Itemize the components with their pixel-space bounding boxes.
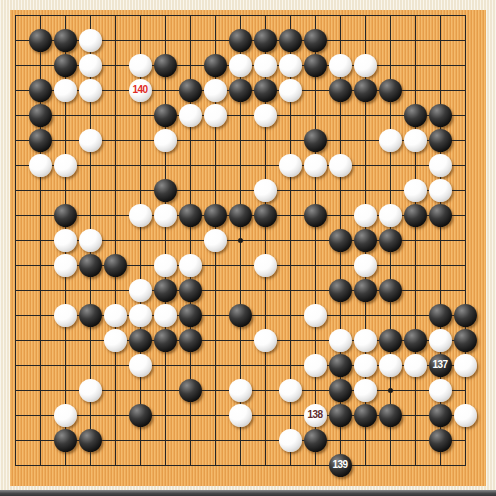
- board-point[interactable]: [453, 10, 478, 28]
- board-point[interactable]: [403, 153, 428, 178]
- board-point[interactable]: [103, 403, 128, 428]
- board-point[interactable]: [378, 128, 403, 153]
- board-point[interactable]: [403, 53, 428, 78]
- board-point[interactable]: [228, 253, 253, 278]
- board-point[interactable]: [28, 278, 53, 303]
- board-point[interactable]: [178, 453, 203, 478]
- board-point[interactable]: [153, 10, 178, 28]
- board-point[interactable]: [353, 303, 378, 328]
- board-point[interactable]: [203, 328, 228, 353]
- board-point[interactable]: [253, 178, 278, 203]
- board-point[interactable]: [10, 53, 28, 78]
- board-point[interactable]: [453, 53, 478, 78]
- board-point[interactable]: [303, 178, 328, 203]
- board-point[interactable]: [103, 203, 128, 228]
- board-point[interactable]: 138: [303, 403, 328, 428]
- board-point[interactable]: [178, 10, 203, 28]
- board-point[interactable]: [178, 378, 203, 403]
- board-point[interactable]: [178, 128, 203, 153]
- board-point[interactable]: [353, 78, 378, 103]
- board-point[interactable]: [303, 228, 328, 253]
- board-point[interactable]: [453, 378, 478, 403]
- board-point[interactable]: [378, 153, 403, 178]
- board-point[interactable]: [428, 303, 453, 328]
- board-point[interactable]: [53, 378, 78, 403]
- board-point[interactable]: [178, 253, 203, 278]
- board-point[interactable]: [303, 128, 328, 153]
- board-point[interactable]: [253, 203, 278, 228]
- board-point[interactable]: [203, 228, 228, 253]
- board-point[interactable]: [10, 203, 28, 228]
- board-point[interactable]: [228, 103, 253, 128]
- board-point[interactable]: [228, 453, 253, 478]
- board-point[interactable]: [328, 253, 353, 278]
- board-point[interactable]: [303, 453, 328, 478]
- board-point[interactable]: 139: [328, 453, 353, 478]
- board-point[interactable]: [278, 10, 303, 28]
- board-point[interactable]: [278, 103, 303, 128]
- board-point[interactable]: [428, 403, 453, 428]
- board-point[interactable]: [428, 253, 453, 278]
- board-point[interactable]: [453, 428, 478, 453]
- board-point[interactable]: [128, 278, 153, 303]
- board-point[interactable]: [153, 453, 178, 478]
- board-point[interactable]: [10, 428, 28, 453]
- board-point[interactable]: [10, 10, 28, 28]
- board-point[interactable]: [203, 203, 228, 228]
- board-point[interactable]: [103, 103, 128, 128]
- board-point[interactable]: [428, 228, 453, 253]
- board-point[interactable]: [378, 78, 403, 103]
- board-point[interactable]: [153, 353, 178, 378]
- board-point[interactable]: [128, 10, 153, 28]
- board-point[interactable]: [428, 453, 453, 478]
- board-point[interactable]: [328, 328, 353, 353]
- board-point[interactable]: [203, 403, 228, 428]
- board-point[interactable]: [453, 103, 478, 128]
- board-point[interactable]: [178, 428, 203, 453]
- board-point[interactable]: [303, 10, 328, 28]
- board-point[interactable]: [353, 10, 378, 28]
- board-point[interactable]: [10, 228, 28, 253]
- board-point[interactable]: [353, 228, 378, 253]
- board-point[interactable]: [53, 10, 78, 28]
- board-point[interactable]: [378, 203, 403, 228]
- board-point[interactable]: [253, 53, 278, 78]
- board-point[interactable]: [178, 153, 203, 178]
- board-point[interactable]: [303, 153, 328, 178]
- board-point[interactable]: [253, 353, 278, 378]
- board-point[interactable]: [453, 153, 478, 178]
- board-point[interactable]: [378, 303, 403, 328]
- board-point[interactable]: [103, 378, 128, 403]
- board-point[interactable]: [303, 328, 328, 353]
- board-point[interactable]: [278, 378, 303, 403]
- board-point[interactable]: [428, 78, 453, 103]
- board-point[interactable]: [178, 28, 203, 53]
- board-point[interactable]: [128, 328, 153, 353]
- board-point[interactable]: [103, 53, 128, 78]
- board-point[interactable]: [403, 228, 428, 253]
- board-point[interactable]: [178, 403, 203, 428]
- board-point[interactable]: [303, 103, 328, 128]
- board-point[interactable]: [53, 228, 78, 253]
- board-point[interactable]: [378, 403, 403, 428]
- board-point[interactable]: [178, 278, 203, 303]
- board-point[interactable]: [53, 128, 78, 153]
- board-point[interactable]: [428, 28, 453, 53]
- board-point[interactable]: [403, 353, 428, 378]
- board-point[interactable]: [328, 353, 353, 378]
- board-point[interactable]: [78, 53, 103, 78]
- board-point[interactable]: [53, 253, 78, 278]
- board-point[interactable]: [153, 403, 178, 428]
- board-point[interactable]: [378, 103, 403, 128]
- board-point[interactable]: [78, 428, 103, 453]
- board-point[interactable]: [278, 428, 303, 453]
- board-point[interactable]: [153, 78, 178, 103]
- board-point[interactable]: [53, 28, 78, 53]
- board-point[interactable]: [453, 203, 478, 228]
- board-point[interactable]: [428, 203, 453, 228]
- board-point[interactable]: [278, 453, 303, 478]
- board-point[interactable]: [328, 278, 353, 303]
- board-point[interactable]: [228, 403, 253, 428]
- board-point[interactable]: [353, 103, 378, 128]
- board-point[interactable]: [28, 453, 53, 478]
- board-point[interactable]: [28, 303, 53, 328]
- board-point[interactable]: [153, 303, 178, 328]
- board-point[interactable]: [10, 103, 28, 128]
- board-point[interactable]: [103, 228, 128, 253]
- board-point[interactable]: [78, 253, 103, 278]
- board-point[interactable]: [378, 278, 403, 303]
- board-point[interactable]: [53, 303, 78, 328]
- board-point[interactable]: [78, 103, 103, 128]
- board-point[interactable]: [128, 128, 153, 153]
- board-point[interactable]: [428, 53, 453, 78]
- board-point[interactable]: [228, 328, 253, 353]
- board-point[interactable]: [178, 203, 203, 228]
- board-point[interactable]: [178, 178, 203, 203]
- board-point[interactable]: [103, 353, 128, 378]
- board-point[interactable]: [153, 253, 178, 278]
- board-point[interactable]: [128, 378, 153, 403]
- board-point[interactable]: [253, 28, 278, 53]
- board-point[interactable]: [403, 278, 428, 303]
- board-point[interactable]: [153, 128, 178, 153]
- board-point[interactable]: [303, 203, 328, 228]
- board-point[interactable]: [403, 78, 428, 103]
- board-point[interactable]: [178, 353, 203, 378]
- board-point[interactable]: [178, 303, 203, 328]
- board-point[interactable]: [10, 453, 28, 478]
- board-point[interactable]: [228, 353, 253, 378]
- board-point[interactable]: [78, 453, 103, 478]
- board-point[interactable]: [28, 203, 53, 228]
- board-point[interactable]: [53, 328, 78, 353]
- board-point[interactable]: [103, 428, 128, 453]
- board-point[interactable]: [228, 228, 253, 253]
- board-point[interactable]: [128, 303, 153, 328]
- board-point[interactable]: [353, 28, 378, 53]
- board-point[interactable]: [253, 228, 278, 253]
- board-point[interactable]: [328, 128, 353, 153]
- board-point[interactable]: [253, 303, 278, 328]
- board-point[interactable]: [10, 328, 28, 353]
- board-point[interactable]: [228, 428, 253, 453]
- board-point[interactable]: [403, 328, 428, 353]
- board-point[interactable]: [253, 453, 278, 478]
- board-point[interactable]: [453, 78, 478, 103]
- board-point[interactable]: [153, 153, 178, 178]
- board-point[interactable]: [228, 53, 253, 78]
- board-point[interactable]: [53, 203, 78, 228]
- board-point[interactable]: [253, 403, 278, 428]
- board-point[interactable]: [353, 203, 378, 228]
- board-point[interactable]: [328, 403, 353, 428]
- board-point[interactable]: [203, 178, 228, 203]
- board-point[interactable]: [353, 378, 378, 403]
- board-point[interactable]: [78, 28, 103, 53]
- board-point[interactable]: [353, 128, 378, 153]
- board-point[interactable]: [178, 328, 203, 353]
- board-point[interactable]: [228, 153, 253, 178]
- board-point[interactable]: [128, 453, 153, 478]
- board-point[interactable]: [103, 78, 128, 103]
- board-point[interactable]: [328, 103, 353, 128]
- board-point[interactable]: [353, 428, 378, 453]
- board-point[interactable]: [428, 428, 453, 453]
- board-point[interactable]: [28, 428, 53, 453]
- board-point[interactable]: [103, 153, 128, 178]
- board-point[interactable]: [53, 103, 78, 128]
- board-point[interactable]: [10, 78, 28, 103]
- board-point[interactable]: [10, 178, 28, 203]
- board-point[interactable]: [278, 228, 303, 253]
- board-point[interactable]: [28, 178, 53, 203]
- board-point[interactable]: [428, 103, 453, 128]
- board-point[interactable]: [203, 28, 228, 53]
- board-point[interactable]: [78, 128, 103, 153]
- board-point[interactable]: [403, 453, 428, 478]
- board-point[interactable]: [353, 53, 378, 78]
- board-point[interactable]: [328, 303, 353, 328]
- board-point[interactable]: [378, 378, 403, 403]
- board-point[interactable]: [53, 153, 78, 178]
- board-point[interactable]: [453, 128, 478, 153]
- board-point[interactable]: [78, 178, 103, 203]
- board-point[interactable]: [178, 78, 203, 103]
- board-point[interactable]: [428, 278, 453, 303]
- board-point[interactable]: [153, 428, 178, 453]
- board-point[interactable]: [278, 128, 303, 153]
- board-point[interactable]: [378, 453, 403, 478]
- board-point[interactable]: [28, 28, 53, 53]
- board-point[interactable]: [153, 228, 178, 253]
- board-point[interactable]: [353, 253, 378, 278]
- board-point[interactable]: [303, 378, 328, 403]
- board-point[interactable]: [78, 353, 103, 378]
- board-point[interactable]: [403, 178, 428, 203]
- board-point[interactable]: [303, 303, 328, 328]
- board-point[interactable]: [403, 10, 428, 28]
- board-point[interactable]: [10, 153, 28, 178]
- board-point[interactable]: [403, 303, 428, 328]
- board-point[interactable]: [78, 228, 103, 253]
- board-point[interactable]: [303, 253, 328, 278]
- board-point[interactable]: [203, 153, 228, 178]
- board-point[interactable]: [78, 403, 103, 428]
- board-point[interactable]: [203, 378, 228, 403]
- board-point[interactable]: [453, 228, 478, 253]
- board-point[interactable]: [28, 403, 53, 428]
- board-point[interactable]: [153, 378, 178, 403]
- board-point[interactable]: [428, 178, 453, 203]
- board-point[interactable]: [453, 453, 478, 478]
- board-point[interactable]: [453, 278, 478, 303]
- board-point[interactable]: [103, 10, 128, 28]
- board-point[interactable]: [203, 53, 228, 78]
- board-point[interactable]: [403, 28, 428, 53]
- board-point[interactable]: [53, 53, 78, 78]
- board-point[interactable]: [378, 53, 403, 78]
- board-point[interactable]: [378, 428, 403, 453]
- board-point[interactable]: [228, 378, 253, 403]
- board-point[interactable]: [403, 253, 428, 278]
- board-point[interactable]: [53, 453, 78, 478]
- board-point[interactable]: [303, 53, 328, 78]
- board-point[interactable]: [203, 278, 228, 303]
- board-point[interactable]: [328, 53, 353, 78]
- board-point[interactable]: [453, 303, 478, 328]
- board-point[interactable]: [428, 378, 453, 403]
- board-point[interactable]: [328, 10, 353, 28]
- board-point[interactable]: [53, 353, 78, 378]
- board-point[interactable]: [10, 278, 28, 303]
- board-point[interactable]: [128, 153, 153, 178]
- board-point[interactable]: [328, 78, 353, 103]
- board-point[interactable]: [178, 53, 203, 78]
- board-point[interactable]: 140: [128, 78, 153, 103]
- board-point[interactable]: [28, 353, 53, 378]
- board-point[interactable]: [403, 103, 428, 128]
- board-point[interactable]: [78, 378, 103, 403]
- board-point[interactable]: [103, 253, 128, 278]
- board-point[interactable]: [228, 128, 253, 153]
- board-point[interactable]: [128, 428, 153, 453]
- board-point[interactable]: [278, 253, 303, 278]
- board-point[interactable]: [278, 328, 303, 353]
- board-point[interactable]: [378, 353, 403, 378]
- board-point[interactable]: [378, 10, 403, 28]
- board-point[interactable]: [228, 78, 253, 103]
- board-point[interactable]: [228, 178, 253, 203]
- board-point[interactable]: [378, 28, 403, 53]
- board-point[interactable]: [253, 153, 278, 178]
- board-point[interactable]: [203, 10, 228, 28]
- board-point[interactable]: [28, 53, 53, 78]
- board-point[interactable]: [10, 353, 28, 378]
- board-point[interactable]: [378, 328, 403, 353]
- board-point[interactable]: [128, 228, 153, 253]
- board-point[interactable]: [328, 28, 353, 53]
- board-point[interactable]: [278, 303, 303, 328]
- board-point[interactable]: [203, 103, 228, 128]
- board-point[interactable]: [228, 203, 253, 228]
- board-point[interactable]: [78, 278, 103, 303]
- board-point[interactable]: [103, 178, 128, 203]
- board-point[interactable]: [128, 403, 153, 428]
- board-point[interactable]: [253, 10, 278, 28]
- board-point[interactable]: [203, 453, 228, 478]
- board-point[interactable]: [353, 328, 378, 353]
- board-point[interactable]: [103, 28, 128, 53]
- board-point[interactable]: [28, 328, 53, 353]
- board-point[interactable]: [278, 353, 303, 378]
- board-point[interactable]: [403, 128, 428, 153]
- board-point[interactable]: [378, 253, 403, 278]
- board-point[interactable]: [228, 303, 253, 328]
- board-point[interactable]: [153, 203, 178, 228]
- board-point[interactable]: [10, 378, 28, 403]
- board-point[interactable]: [353, 153, 378, 178]
- board-point[interactable]: [178, 228, 203, 253]
- board-point[interactable]: [453, 178, 478, 203]
- board-point[interactable]: [328, 178, 353, 203]
- board-point[interactable]: [203, 253, 228, 278]
- board-point[interactable]: [28, 378, 53, 403]
- board-point[interactable]: [453, 328, 478, 353]
- board-point[interactable]: [303, 353, 328, 378]
- board-point[interactable]: [178, 103, 203, 128]
- board-point[interactable]: [203, 428, 228, 453]
- board-point[interactable]: [78, 303, 103, 328]
- board-point[interactable]: [153, 103, 178, 128]
- board-point[interactable]: [103, 328, 128, 353]
- board-point[interactable]: [153, 178, 178, 203]
- board-point[interactable]: [353, 178, 378, 203]
- board-point[interactable]: [278, 28, 303, 53]
- board-point[interactable]: [403, 203, 428, 228]
- board-point[interactable]: [253, 278, 278, 303]
- board-point[interactable]: [128, 353, 153, 378]
- board-point[interactable]: [10, 128, 28, 153]
- board-point[interactable]: [453, 253, 478, 278]
- board-point[interactable]: [103, 128, 128, 153]
- board-point[interactable]: [53, 428, 78, 453]
- board-point[interactable]: [403, 428, 428, 453]
- board-point[interactable]: [328, 228, 353, 253]
- board-point[interactable]: [328, 153, 353, 178]
- board-point[interactable]: [303, 28, 328, 53]
- board-point[interactable]: [103, 278, 128, 303]
- board-point[interactable]: [78, 328, 103, 353]
- board-point[interactable]: [28, 128, 53, 153]
- board-point[interactable]: [10, 253, 28, 278]
- board-point[interactable]: [253, 78, 278, 103]
- board-point[interactable]: [228, 28, 253, 53]
- board-point[interactable]: [203, 303, 228, 328]
- board-point[interactable]: [278, 78, 303, 103]
- board-point[interactable]: [10, 403, 28, 428]
- board-point[interactable]: [10, 303, 28, 328]
- board-point[interactable]: [28, 103, 53, 128]
- board-point[interactable]: [328, 378, 353, 403]
- board-point[interactable]: [278, 153, 303, 178]
- board-point[interactable]: [328, 428, 353, 453]
- board-point[interactable]: [328, 203, 353, 228]
